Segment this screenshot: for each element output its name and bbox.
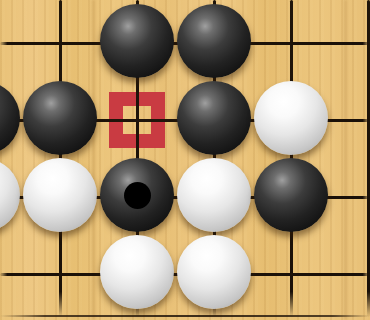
black-stone [100, 4, 174, 78]
white-stone [254, 81, 328, 155]
board-bottom-edge-line [0, 315, 370, 317]
white-stone [23, 158, 97, 232]
white-stone [177, 235, 251, 309]
black-stone [254, 158, 328, 232]
black-stone [23, 81, 97, 155]
black-stone [177, 81, 251, 155]
black-stone [177, 4, 251, 78]
white-stone [0, 158, 20, 232]
black-stone [100, 158, 174, 232]
last-move-dot-marker [124, 182, 151, 209]
white-stone [177, 158, 251, 232]
white-stone [100, 235, 174, 309]
go-board[interactable] [0, 0, 370, 320]
black-stone [0, 81, 20, 155]
grid-line-vertical [367, 0, 370, 317]
